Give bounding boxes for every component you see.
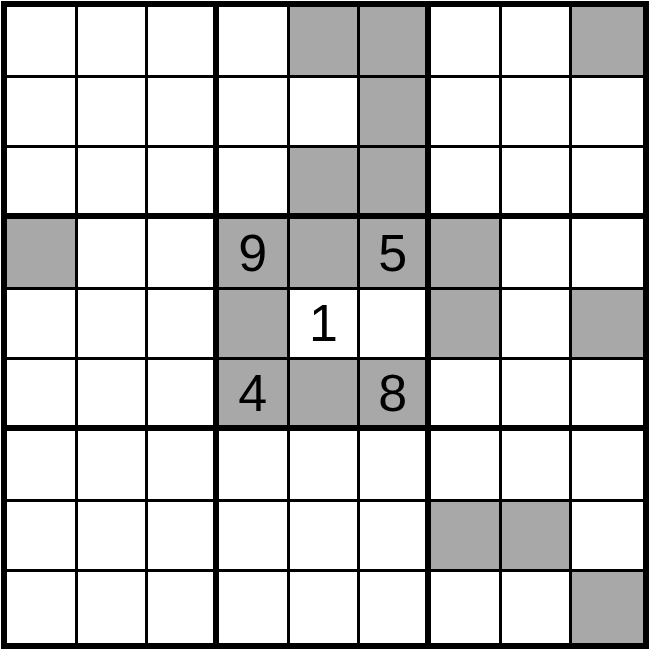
cell-r2c1[interactable] xyxy=(7,78,78,149)
cell-r5c4[interactable] xyxy=(219,290,290,361)
cell-r4c8[interactable] xyxy=(502,219,573,290)
cell-r6c2[interactable] xyxy=(78,360,149,431)
cell-r5c9[interactable] xyxy=(572,290,643,361)
cell-r3c7[interactable] xyxy=(431,148,502,219)
cell-r3c8[interactable] xyxy=(502,148,573,219)
cell-r7c7[interactable] xyxy=(431,431,502,502)
cell-r1c2[interactable] xyxy=(78,7,149,78)
cell-r4c2[interactable] xyxy=(78,219,149,290)
cell-r3c5[interactable] xyxy=(290,148,361,219)
cell-r8c1[interactable] xyxy=(7,502,78,573)
cell-r2c7[interactable] xyxy=(431,78,502,149)
cell-r9c7[interactable] xyxy=(431,572,502,643)
cell-r9c3[interactable] xyxy=(148,572,219,643)
cell-r7c1[interactable] xyxy=(7,431,78,502)
cell-r6c6[interactable]: 8 xyxy=(360,360,431,431)
cell-r8c6[interactable] xyxy=(360,502,431,573)
cell-r5c5[interactable]: 1 xyxy=(290,290,361,361)
cell-r7c8[interactable] xyxy=(502,431,573,502)
cell-r1c5[interactable] xyxy=(290,7,361,78)
cell-r2c9[interactable] xyxy=(572,78,643,149)
cell-r1c4[interactable] xyxy=(219,7,290,78)
cell-r3c2[interactable] xyxy=(78,148,149,219)
cell-r1c9[interactable] xyxy=(572,7,643,78)
cell-r6c8[interactable] xyxy=(502,360,573,431)
cell-r2c5[interactable] xyxy=(290,78,361,149)
cell-r4c5[interactable] xyxy=(290,219,361,290)
cell-r6c3[interactable] xyxy=(148,360,219,431)
cell-r4c4[interactable]: 9 xyxy=(219,219,290,290)
cell-r8c9[interactable] xyxy=(572,502,643,573)
cell-r8c7[interactable] xyxy=(431,502,502,573)
cell-r8c2[interactable] xyxy=(78,502,149,573)
cell-r1c6[interactable] xyxy=(360,7,431,78)
cell-r9c5[interactable] xyxy=(290,572,361,643)
cell-r3c4[interactable] xyxy=(219,148,290,219)
cell-r5c6[interactable] xyxy=(360,290,431,361)
cell-r4c1[interactable] xyxy=(7,219,78,290)
cell-r5c1[interactable] xyxy=(7,290,78,361)
cell-r7c2[interactable] xyxy=(78,431,149,502)
cell-r1c7[interactable] xyxy=(431,7,502,78)
cell-r7c9[interactable] xyxy=(572,431,643,502)
cell-r9c4[interactable] xyxy=(219,572,290,643)
cell-r1c3[interactable] xyxy=(148,7,219,78)
cell-r2c3[interactable] xyxy=(148,78,219,149)
cell-r9c9[interactable] xyxy=(572,572,643,643)
cell-r3c6[interactable] xyxy=(360,148,431,219)
cell-r1c8[interactable] xyxy=(502,7,573,78)
cell-r2c6[interactable] xyxy=(360,78,431,149)
page: 95148 xyxy=(0,0,650,650)
cell-r9c2[interactable] xyxy=(78,572,149,643)
cell-r4c3[interactable] xyxy=(148,219,219,290)
cell-r9c8[interactable] xyxy=(502,572,573,643)
cell-r5c3[interactable] xyxy=(148,290,219,361)
cell-r8c8[interactable] xyxy=(502,502,573,573)
cell-r1c1[interactable] xyxy=(7,7,78,78)
cell-r4c6[interactable]: 5 xyxy=(360,219,431,290)
cell-r6c5[interactable] xyxy=(290,360,361,431)
cell-r2c2[interactable] xyxy=(78,78,149,149)
cell-r8c3[interactable] xyxy=(148,502,219,573)
cell-r9c6[interactable] xyxy=(360,572,431,643)
cell-r5c2[interactable] xyxy=(78,290,149,361)
cell-r3c9[interactable] xyxy=(572,148,643,219)
cell-r8c5[interactable] xyxy=(290,502,361,573)
cell-r6c7[interactable] xyxy=(431,360,502,431)
cell-r7c5[interactable] xyxy=(290,431,361,502)
cell-r5c7[interactable] xyxy=(431,290,502,361)
cell-r3c1[interactable] xyxy=(7,148,78,219)
cell-r7c3[interactable] xyxy=(148,431,219,502)
cell-r2c8[interactable] xyxy=(502,78,573,149)
cell-r4c7[interactable] xyxy=(431,219,502,290)
cell-r8c4[interactable] xyxy=(219,502,290,573)
cell-r6c9[interactable] xyxy=(572,360,643,431)
cell-r9c1[interactable] xyxy=(7,572,78,643)
cell-r4c9[interactable] xyxy=(572,219,643,290)
cell-r7c6[interactable] xyxy=(360,431,431,502)
cell-r6c4[interactable]: 4 xyxy=(219,360,290,431)
cell-r3c3[interactable] xyxy=(148,148,219,219)
cell-r2c4[interactable] xyxy=(219,78,290,149)
cell-r7c4[interactable] xyxy=(219,431,290,502)
cell-r5c8[interactable] xyxy=(502,290,573,361)
sudoku-board: 95148 xyxy=(1,1,649,649)
cell-r6c1[interactable] xyxy=(7,360,78,431)
